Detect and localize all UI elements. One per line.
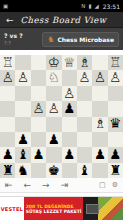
- square-a6[interactable]: [108, 132, 123, 147]
- white-piece: ♙: [48, 102, 60, 116]
- white-piece: ♙: [94, 71, 106, 85]
- ad-text-block: 200 TL DEĞERİNDE SÜTAŞ LEZZET PAKETİ: [24, 197, 84, 220]
- square-b1[interactable]: [92, 55, 107, 70]
- last-move-button[interactable]: ⇥: [61, 181, 69, 190]
- knight-logo-icon: ♞: [47, 35, 54, 44]
- square-e1[interactable]: ♔: [46, 55, 61, 70]
- square-d2[interactable]: [62, 70, 77, 85]
- square-f2[interactable]: [31, 70, 46, 85]
- square-a2[interactable]: ♙: [108, 70, 123, 85]
- square-e3[interactable]: [46, 86, 61, 101]
- white-piece: ♙: [32, 102, 44, 116]
- square-f6[interactable]: [31, 132, 46, 147]
- back-arrow-icon[interactable]: ←: [6, 15, 14, 25]
- square-g4[interactable]: [15, 101, 30, 116]
- next-move-button[interactable]: →: [42, 181, 50, 190]
- square-c6[interactable]: [77, 132, 92, 147]
- square-h8[interactable]: ♜: [0, 163, 15, 178]
- square-c5[interactable]: [77, 117, 92, 132]
- black-piece: ♚: [48, 164, 60, 178]
- battery-icon: ▮: [88, 3, 91, 9]
- square-a1[interactable]: ♖: [108, 55, 123, 70]
- black-piece: ♛: [109, 117, 121, 131]
- status-time: 23:51: [103, 3, 120, 10]
- square-f4[interactable]: ♙: [31, 101, 46, 116]
- black-piece: ♟: [94, 148, 106, 162]
- white-piece: ♗: [94, 117, 106, 131]
- black-piece: ♟: [63, 148, 75, 162]
- black-piece: ♟: [63, 102, 75, 116]
- players-label: ? vs ?: [4, 32, 23, 39]
- square-f1[interactable]: [31, 55, 46, 70]
- square-c7[interactable]: [77, 147, 92, 162]
- square-b5[interactable]: ♗: [92, 117, 107, 132]
- square-b8[interactable]: [92, 163, 107, 178]
- prev-move-button[interactable]: ←: [24, 181, 32, 190]
- square-f8[interactable]: [31, 163, 46, 178]
- white-piece: ♔: [48, 56, 60, 70]
- square-e8[interactable]: ♚: [46, 163, 61, 178]
- white-piece: ♗: [79, 56, 91, 70]
- square-a3[interactable]: [108, 86, 123, 101]
- ad-food-image: [98, 197, 123, 220]
- square-b7[interactable]: ♟: [92, 147, 107, 162]
- square-d1[interactable]: ♕: [62, 55, 77, 70]
- vestel-logo: VESTEL: [1, 206, 23, 212]
- square-b4[interactable]: [92, 101, 107, 116]
- white-piece: ♖: [2, 56, 14, 70]
- white-piece: ♙: [2, 71, 14, 85]
- ad-banner[interactable]: VESTEL 200 TL DEĞERİNDE SÜTAŞ LEZZET PAK…: [0, 196, 123, 220]
- nfc-icon: N: [81, 3, 85, 9]
- ad-line2: SÜTAŞ LEZZET PAKETİ: [26, 209, 82, 214]
- black-piece: ♝: [79, 164, 91, 178]
- black-piece: ♞: [17, 164, 29, 178]
- square-h5[interactable]: [0, 117, 15, 132]
- square-d7[interactable]: ♟: [62, 147, 77, 162]
- ad-brand-block: VESTEL: [0, 197, 24, 220]
- black-piece: ♝: [17, 148, 29, 162]
- square-f7[interactable]: ♟: [31, 147, 46, 162]
- square-c2[interactable]: ♙: [77, 70, 92, 85]
- chess-microbase-button[interactable]: ♞ Chess Microbase: [42, 32, 119, 47]
- square-c8[interactable]: ♝: [77, 163, 92, 178]
- black-piece: ♟: [109, 148, 121, 162]
- white-piece: ♙: [17, 71, 29, 85]
- square-b6[interactable]: [92, 132, 107, 147]
- square-c1[interactable]: ♗: [77, 55, 92, 70]
- move-nav-bar: ⇤ ← → ⇥ ▢ ⚙: [0, 178, 123, 193]
- square-h3[interactable]: [0, 86, 15, 101]
- black-piece: ♟: [48, 133, 60, 147]
- square-a4[interactable]: [108, 101, 123, 116]
- status-bar: ▣ N ▮ ◢ 23:51: [0, 0, 123, 12]
- white-piece: ♖: [109, 56, 121, 70]
- square-a5[interactable]: ♛: [108, 117, 123, 132]
- square-d4[interactable]: ♟: [62, 101, 77, 116]
- black-piece: ♜: [2, 164, 14, 178]
- square-g1[interactable]: [15, 55, 30, 70]
- square-f5[interactable]: [31, 117, 46, 132]
- black-piece: ♟: [32, 148, 44, 162]
- square-e2[interactable]: ♘: [46, 70, 61, 85]
- square-d5[interactable]: [62, 117, 77, 132]
- chess-board[interactable]: ♖♔♕♗♖♙♙♘♙♙♙♙♙♙♟♗♛♟♟♟♝♟♟♟♟♜♞♚♝♜: [0, 55, 123, 178]
- ad-product-image: [83, 197, 98, 220]
- square-h1[interactable]: ♖: [0, 55, 15, 70]
- black-piece: ♟: [2, 148, 14, 162]
- square-f3[interactable]: [31, 86, 46, 101]
- square-a7[interactable]: ♟: [108, 147, 123, 162]
- square-b2[interactable]: ♙: [92, 70, 107, 85]
- black-piece: ♜: [109, 164, 121, 178]
- square-g5[interactable]: [15, 117, 30, 132]
- square-e7[interactable]: [46, 147, 61, 162]
- signal-icon: ◢: [94, 3, 98, 9]
- white-piece: ♕: [63, 56, 75, 70]
- square-e4[interactable]: ♙: [46, 101, 61, 116]
- square-h4[interactable]: [0, 101, 15, 116]
- game-info-bar: ? vs ? ?:? ♞ Chess Microbase: [0, 28, 123, 50]
- square-e6[interactable]: ♟: [46, 132, 61, 147]
- source-label: Chess Microbase: [57, 36, 114, 43]
- white-piece: ♘: [48, 71, 60, 85]
- square-c3[interactable]: [77, 86, 92, 101]
- square-d6[interactable]: [62, 132, 77, 147]
- square-g2[interactable]: ♙: [15, 70, 30, 85]
- view-icon[interactable]: ▢: [99, 182, 106, 189]
- square-a8[interactable]: ♜: [108, 163, 123, 178]
- square-h7[interactable]: ♟: [0, 147, 15, 162]
- title-bar: ← Chess Board View: [0, 12, 123, 28]
- settings-icon[interactable]: ⚙: [112, 182, 118, 189]
- square-g3[interactable]: [15, 86, 30, 101]
- white-piece: ♙: [63, 87, 75, 101]
- white-piece: ♙: [79, 71, 91, 85]
- black-piece: ♟: [17, 133, 29, 147]
- score-label: ?:?: [4, 40, 23, 46]
- square-e5[interactable]: [46, 117, 61, 132]
- players-block: ? vs ? ?:?: [4, 32, 23, 45]
- square-b3[interactable]: [92, 86, 107, 101]
- first-move-button[interactable]: ⇤: [5, 181, 13, 190]
- square-d3[interactable]: ♙: [62, 86, 77, 101]
- square-h6[interactable]: [0, 132, 15, 147]
- square-g7[interactable]: ♝: [15, 147, 30, 162]
- square-g6[interactable]: ♟: [15, 132, 30, 147]
- square-g8[interactable]: ♞: [15, 163, 30, 178]
- square-c4[interactable]: [77, 101, 92, 116]
- square-h2[interactable]: ♙: [0, 70, 15, 85]
- white-piece: ♙: [109, 71, 121, 85]
- square-d8[interactable]: [62, 163, 77, 178]
- page-title: Chess Board View: [21, 15, 107, 25]
- app-notification-icon: ▣: [3, 3, 8, 9]
